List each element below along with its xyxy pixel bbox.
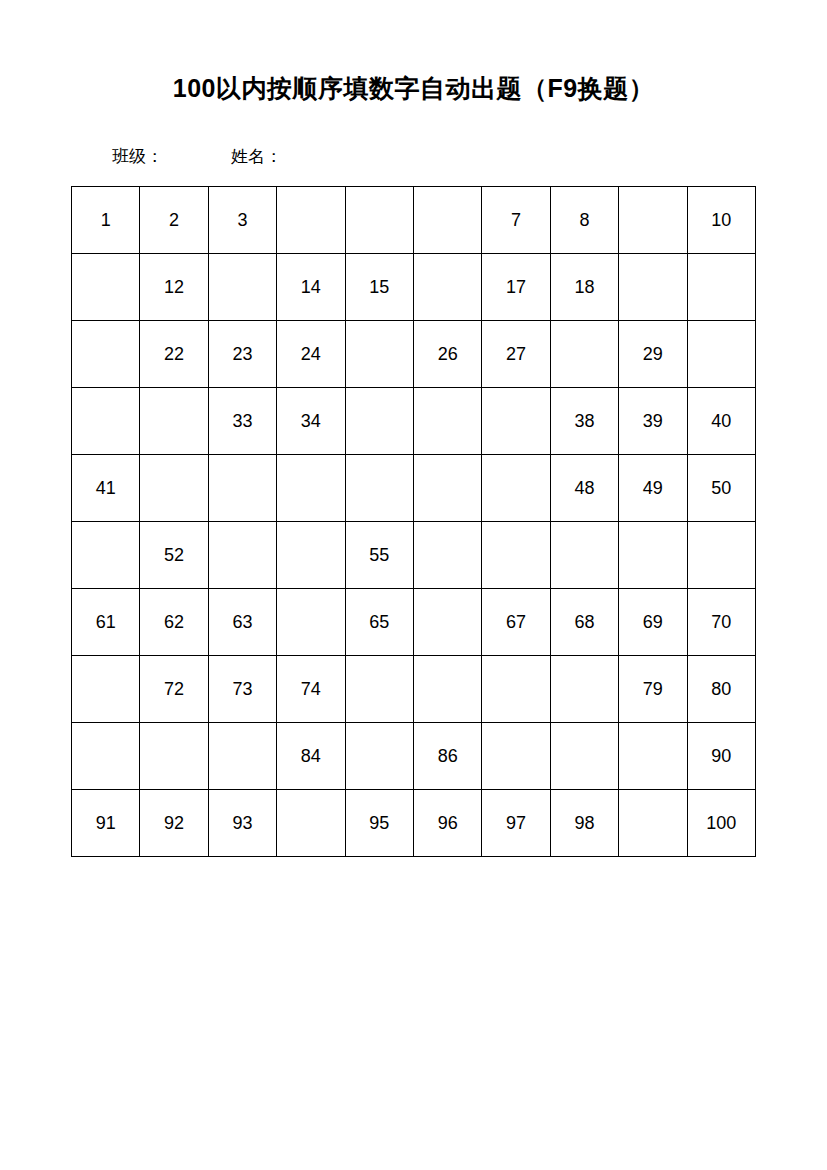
grid-cell-given: 95 [346,790,414,857]
grid-cell-given: 80 [688,656,756,723]
grid-cell-blank[interactable] [482,656,550,723]
grid-cell-blank[interactable] [619,522,687,589]
grid-cell-given: 63 [209,589,277,656]
grid-cell-blank[interactable] [209,254,277,321]
grid-cell-blank[interactable] [482,388,550,455]
grid-cell-given: 73 [209,656,277,723]
grid-cell-blank[interactable] [140,388,208,455]
grid-cell-given: 62 [140,589,208,656]
grid-cell-given: 3 [209,187,277,254]
grid-cell-blank[interactable] [619,254,687,321]
grid-cell-blank[interactable] [414,388,482,455]
grid-cell-given: 67 [482,589,550,656]
grid-cell-blank[interactable] [414,455,482,522]
grid-cell-blank[interactable] [346,321,414,388]
grid-cell-given: 23 [209,321,277,388]
grid-cell-given: 96 [414,790,482,857]
grid-cell-blank[interactable] [346,656,414,723]
grid-cell-given: 8 [551,187,619,254]
grid-cell-given: 90 [688,723,756,790]
grid-cell-blank[interactable] [72,254,140,321]
grid-cell-blank[interactable] [414,254,482,321]
grid-cell-given: 72 [140,656,208,723]
grid-cell-blank[interactable] [688,522,756,589]
grid-cell-given: 7 [482,187,550,254]
grid-cell-blank[interactable] [551,522,619,589]
grid-cell-given: 15 [346,254,414,321]
page-title: 100以内按顺序填数字自动出题（F9换题） [0,72,827,105]
grid-cell-given: 65 [346,589,414,656]
grid-cell-given: 98 [551,790,619,857]
class-label: 班级： [112,145,163,168]
grid-cell-given: 17 [482,254,550,321]
grid-cell-blank[interactable] [277,522,345,589]
grid-cell-blank[interactable] [277,187,345,254]
grid-cell-blank[interactable] [346,455,414,522]
student-info-row: 班级： 姓名： [112,145,282,168]
grid-cell-given: 41 [72,455,140,522]
grid-cell-blank[interactable] [72,723,140,790]
grid-cell-blank[interactable] [346,723,414,790]
grid-cell-given: 26 [414,321,482,388]
grid-cell-given: 68 [551,589,619,656]
grid-cell-given: 97 [482,790,550,857]
grid-cell-blank[interactable] [688,321,756,388]
grid-cell-given: 1 [72,187,140,254]
grid-cell-given: 29 [619,321,687,388]
grid-cell-blank[interactable] [688,254,756,321]
grid-cell-blank[interactable] [551,656,619,723]
name-label: 姓名： [231,145,282,168]
grid-cell-blank[interactable] [277,790,345,857]
grid-cell-blank[interactable] [209,522,277,589]
grid-cell-given: 40 [688,388,756,455]
grid-cell-given: 18 [551,254,619,321]
grid-cell-given: 84 [277,723,345,790]
grid-cell-given: 86 [414,723,482,790]
grid-cell-blank[interactable] [209,455,277,522]
grid-cell-blank[interactable] [277,589,345,656]
grid-cell-given: 33 [209,388,277,455]
grid-cell-blank[interactable] [414,187,482,254]
grid-cell-blank[interactable] [619,790,687,857]
grid-cell-blank[interactable] [72,321,140,388]
grid-cell-given: 49 [619,455,687,522]
grid-cell-given: 70 [688,589,756,656]
grid-cell-given: 14 [277,254,345,321]
grid-cell-blank[interactable] [619,723,687,790]
grid-cell-given: 50 [688,455,756,522]
grid-cell-blank[interactable] [414,656,482,723]
grid-cell-given: 38 [551,388,619,455]
grid-cell-given: 48 [551,455,619,522]
grid-cell-blank[interactable] [482,455,550,522]
grid-cell-given: 22 [140,321,208,388]
grid-cell-given: 91 [72,790,140,857]
grid-cell-blank[interactable] [140,455,208,522]
grid-cell-blank[interactable] [414,522,482,589]
grid-cell-given: 74 [277,656,345,723]
grid-cell-blank[interactable] [277,455,345,522]
grid-cell-given: 27 [482,321,550,388]
grid-cell-given: 69 [619,589,687,656]
grid-cell-given: 24 [277,321,345,388]
grid-cell-blank[interactable] [551,723,619,790]
grid-cell-blank[interactable] [619,187,687,254]
grid-cell-blank[interactable] [482,723,550,790]
grid-cell-blank[interactable] [482,522,550,589]
grid-cell-given: 10 [688,187,756,254]
grid-cell-blank[interactable] [551,321,619,388]
grid-cell-blank[interactable] [72,522,140,589]
grid-cell-given: 79 [619,656,687,723]
grid-cell-given: 12 [140,254,208,321]
number-grid: 1237810121415171822232426272933343839404… [71,186,756,857]
grid-cell-blank[interactable] [346,388,414,455]
grid-cell-given: 55 [346,522,414,589]
grid-cell-blank[interactable] [72,388,140,455]
grid-cell-blank[interactable] [209,723,277,790]
grid-cell-given: 2 [140,187,208,254]
grid-cell-given: 61 [72,589,140,656]
grid-cell-blank[interactable] [414,589,482,656]
grid-cell-blank[interactable] [72,656,140,723]
grid-cell-given: 93 [209,790,277,857]
grid-cell-given: 34 [277,388,345,455]
grid-cell-blank[interactable] [346,187,414,254]
grid-cell-given: 100 [688,790,756,857]
grid-cell-blank[interactable] [140,723,208,790]
grid-cell-given: 52 [140,522,208,589]
grid-cell-given: 39 [619,388,687,455]
grid-cell-given: 92 [140,790,208,857]
